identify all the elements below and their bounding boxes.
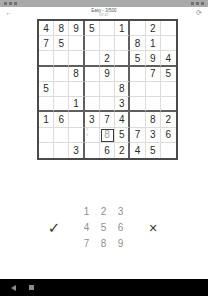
sudoku-cell-r7c1[interactable]: 1 (39, 112, 54, 127)
sudoku-cell-r7c5[interactable]: 7 (100, 112, 115, 127)
sudoku-cell-r6c1[interactable] (39, 97, 54, 112)
sudoku-cell-r2c5[interactable] (100, 36, 115, 51)
numpad-digit-6[interactable]: 6 (112, 219, 129, 235)
back-icon[interactable]: ← (4, 8, 14, 18)
numpad-digit-2[interactable]: 2 (95, 203, 112, 219)
sudoku-cell-r8c4[interactable]: 14 (85, 128, 100, 143)
sudoku-cell-r6c5[interactable] (100, 97, 115, 112)
sudoku-cell-r3c4[interactable] (85, 51, 100, 66)
sudoku-cell-r7c8[interactable]: 8 (146, 112, 161, 127)
sudoku-cell-r1c9[interactable] (161, 21, 176, 36)
numpad-digit-3[interactable]: 3 (112, 203, 129, 219)
numpad-digit-7[interactable]: 7 (78, 235, 95, 251)
sudoku-cell-r2c4[interactable] (85, 36, 100, 51)
sudoku-cell-r7c9[interactable]: 2 (161, 112, 176, 127)
nav-back-icon[interactable] (11, 285, 16, 291)
sudoku-cell-r3c2[interactable] (54, 51, 69, 66)
sudoku-cell-r6c8[interactable] (146, 97, 161, 112)
wifi-icon (196, 2, 199, 5)
number-pad: 1 2 3 4 5 6 7 8 9 (78, 203, 130, 251)
notification-icon (9, 2, 12, 5)
sudoku-cell-r5c5[interactable] (100, 82, 115, 97)
sudoku-cell-r4c9[interactable]: 5 (161, 67, 176, 82)
sudoku-cell-r1c1[interactable]: 4 (39, 21, 54, 36)
title-block: Easy - 3/500 02:47 (54, 8, 154, 17)
sudoku-cell-r3c1[interactable] (39, 51, 54, 66)
sudoku-cell-r5c6[interactable]: 8 (115, 82, 130, 97)
notification-icon (14, 2, 17, 5)
sudoku-cell-r9c9[interactable] (161, 143, 176, 158)
pencil-notes: 14 (85, 128, 99, 142)
sudoku-cell-r9c4[interactable] (85, 143, 100, 158)
sudoku-cell-r8c3[interactable] (69, 128, 84, 143)
sudoku-cell-r9c3[interactable]: 3 (69, 143, 84, 158)
sudoku-cell-r5c2[interactable] (54, 82, 69, 97)
sudoku-cell-r5c9[interactable] (161, 82, 176, 97)
sudoku-cell-r9c2[interactable] (54, 143, 69, 158)
sudoku-cell-r4c3[interactable]: 8 (69, 67, 84, 82)
numpad-digit-8[interactable]: 8 (95, 235, 112, 251)
sudoku-cell-r9c1[interactable] (39, 143, 54, 158)
sudoku-cell-r8c2[interactable] (54, 128, 69, 143)
sudoku-cell-r4c2[interactable] (54, 67, 69, 82)
sudoku-cell-r1c2[interactable]: 8 (54, 21, 69, 36)
sudoku-cell-r1c6[interactable]: 1 (115, 21, 130, 36)
numpad-digit-9[interactable]: 9 (112, 235, 129, 251)
sudoku-cell-r8c8[interactable]: 3 (146, 128, 161, 143)
sudoku-cell-r7c7[interactable] (130, 112, 145, 127)
sudoku-cell-r4c8[interactable]: 7 (146, 67, 161, 82)
sudoku-cell-r7c3[interactable] (69, 112, 84, 127)
sudoku-cell-r8c5[interactable]: 8 (100, 128, 115, 143)
numpad-digit-1[interactable]: 1 (78, 203, 95, 219)
sudoku-cell-r4c1[interactable] (39, 67, 54, 82)
app-screen: ← Easy - 3/500 02:47 ⟳ 48951275812594897… (0, 0, 208, 296)
sudoku-cell-r2c8[interactable]: 1 (146, 36, 161, 51)
nav-home-icon[interactable] (29, 285, 34, 290)
sudoku-cell-r2c9[interactable] (161, 36, 176, 51)
sudoku-cell-r1c7[interactable] (130, 21, 145, 36)
pencil-note-digit (94, 137, 99, 142)
sudoku-cell-r3c8[interactable]: 9 (146, 51, 161, 66)
sudoku-cell-r2c2[interactable]: 5 (54, 36, 69, 51)
sudoku-board: 4895127581259489755813163748214857363624… (37, 19, 178, 160)
sudoku-cell-r2c7[interactable]: 8 (130, 36, 145, 51)
nav-bar (0, 279, 208, 296)
sudoku-cell-r4c4[interactable] (85, 67, 100, 82)
sudoku-cell-r2c3[interactable] (69, 36, 84, 51)
sudoku-cell-r5c8[interactable] (146, 82, 161, 97)
numpad-digit-5[interactable]: 5 (95, 219, 112, 235)
sudoku-cell-r9c5[interactable]: 6 (100, 143, 115, 158)
sudoku-cell-r6c9[interactable] (161, 97, 176, 112)
sudoku-cell-r5c4[interactable] (85, 82, 100, 97)
sudoku-cell-r4c6[interactable] (115, 67, 130, 82)
sudoku-cell-r5c7[interactable] (130, 82, 145, 97)
status-bar (0, 0, 208, 7)
sudoku-cell-r1c4[interactable]: 5 (85, 21, 100, 36)
sudoku-cell-r8c9[interactable]: 6 (161, 128, 176, 143)
sudoku-cell-r9c8[interactable]: 5 (146, 143, 161, 158)
cancel-button[interactable]: ✕ (145, 220, 161, 236)
sudoku-cell-r1c5[interactable] (100, 21, 115, 36)
sudoku-cell-r5c3[interactable] (69, 82, 84, 97)
sudoku-cell-r4c5[interactable]: 9 (100, 67, 115, 82)
signal-icon (191, 2, 194, 5)
sudoku-cell-r6c2[interactable] (54, 97, 69, 112)
sudoku-cell-r6c4[interactable] (85, 97, 100, 112)
confirm-button[interactable]: ✓ (44, 218, 64, 238)
sudoku-cell-r9c6[interactable]: 2 (115, 143, 130, 158)
sudoku-cell-r5c1[interactable]: 5 (39, 82, 54, 97)
timer-text: 02:47 (54, 13, 154, 17)
sudoku-cell-r1c8[interactable]: 2 (146, 21, 161, 36)
sudoku-cell-r6c6[interactable]: 3 (115, 97, 130, 112)
sudoku-cell-r6c7[interactable] (130, 97, 145, 112)
sudoku-cell-r3c9[interactable]: 4 (161, 51, 176, 66)
sudoku-cell-r9c7[interactable]: 4 (130, 143, 145, 158)
sudoku-cell-r7c2[interactable]: 6 (54, 112, 69, 127)
sudoku-cell-r4c7[interactable] (130, 67, 145, 82)
restart-icon[interactable]: ⟳ (194, 8, 204, 18)
sudoku-cell-r3c7[interactable]: 5 (130, 51, 145, 66)
sudoku-cell-r1c3[interactable]: 9 (69, 21, 84, 36)
sudoku-cell-r8c6[interactable]: 5 (115, 128, 130, 143)
sudoku-cell-r2c1[interactable]: 7 (39, 36, 54, 51)
battery-icon (201, 2, 204, 5)
sudoku-cell-r2c6[interactable] (115, 36, 130, 51)
sudoku-cell-r3c3[interactable] (69, 51, 84, 66)
notification-icon (4, 2, 7, 5)
sudoku-cell-r3c6[interactable] (115, 51, 130, 66)
sudoku-cell-r7c6[interactable]: 4 (115, 112, 130, 127)
numpad-digit-4[interactable]: 4 (78, 219, 95, 235)
sudoku-cell-r8c7[interactable]: 7 (130, 128, 145, 143)
sudoku-cell-r6c3[interactable]: 1 (69, 97, 84, 112)
sudoku-cell-r8c1[interactable] (39, 128, 54, 143)
sudoku-cell-r7c4[interactable]: 3 (85, 112, 100, 127)
sudoku-cell-r3c5[interactable]: 2 (100, 51, 115, 66)
